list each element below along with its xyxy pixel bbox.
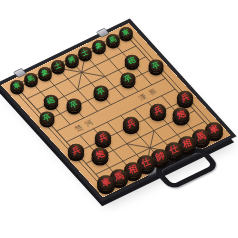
xiangqi-board[interactable]: 楚河 漢界 (1, 23, 231, 197)
board-plane: 楚河 漢界 (1, 23, 231, 197)
product-photo: 楚河 漢界 車馬象士將士象馬車砲砲卒卒卒卒卒兵兵兵兵兵炮炮車馬相仕帥仕相馬車 (0, 0, 238, 238)
